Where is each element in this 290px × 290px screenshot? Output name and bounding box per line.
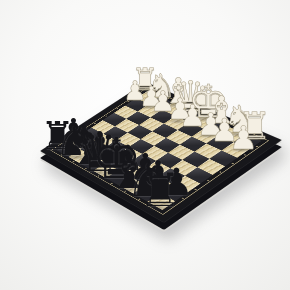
board-grid — [57, 91, 262, 210]
chess-board — [0, 0, 290, 290]
chess-set-photo: ♜♞♟♝♟♛♟♚♟♝♟♞♟♜♟♟♟♟♜♟♞♟♝♟♛♚♟♟♝♟♞♜ — [0, 0, 290, 290]
board-surface — [40, 82, 282, 223]
